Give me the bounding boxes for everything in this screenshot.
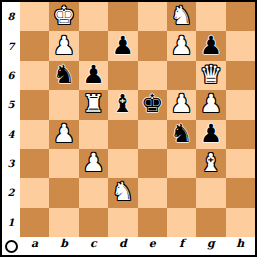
white-pawn-c3[interactable]: ♟ — [82, 150, 104, 175]
rank-label-7: 7 — [2, 31, 20, 60]
square-f8[interactable]: ♞ — [167, 2, 196, 31]
square-a6[interactable] — [20, 61, 49, 90]
square-f1[interactable] — [167, 208, 196, 237]
square-d3[interactable] — [108, 149, 137, 178]
square-g3[interactable]: ♝ — [196, 149, 225, 178]
square-e5[interactable]: ♚ — [138, 90, 167, 119]
square-b1[interactable] — [49, 208, 78, 237]
file-labels: abcdefgh — [20, 237, 255, 255]
square-a1[interactable] — [20, 208, 49, 237]
rank-label-3: 3 — [2, 149, 20, 178]
square-g5[interactable]: ♟ — [196, 90, 225, 119]
square-c4[interactable] — [79, 120, 108, 149]
square-b4[interactable]: ♟ — [49, 120, 78, 149]
white-pawn-b4[interactable]: ♟ — [53, 121, 75, 146]
square-e4[interactable] — [138, 120, 167, 149]
file-label-c: c — [79, 237, 108, 255]
square-d1[interactable] — [108, 208, 137, 237]
white-pawn-f5[interactable]: ♟ — [170, 91, 192, 116]
board: ♚♞♟♟♟♟♞♟♛♜♝♚♟♟♟♞♟♟♝♞ — [20, 2, 255, 237]
square-d8[interactable] — [108, 2, 137, 31]
square-g4[interactable]: ♟ — [196, 120, 225, 149]
black-king-e5[interactable]: ♚ — [141, 91, 163, 116]
chess-diagram: 87654321 ♚♞♟♟♟♟♞♟♛♜♝♚♟♟♟♞♟♟♝♞ abcdefgh — [0, 0, 257, 257]
square-f3[interactable] — [167, 149, 196, 178]
square-e7[interactable] — [138, 31, 167, 60]
square-c7[interactable] — [79, 31, 108, 60]
black-pawn-g7[interactable]: ♟ — [200, 33, 222, 58]
white-knight-f8[interactable]: ♞ — [170, 3, 192, 28]
square-b8[interactable]: ♚ — [49, 2, 78, 31]
black-pawn-c6[interactable]: ♟ — [82, 62, 104, 87]
file-label-e: e — [138, 237, 167, 255]
square-g2[interactable] — [196, 178, 225, 207]
white-bishop-g3[interactable]: ♝ — [200, 150, 222, 175]
black-pawn-g4[interactable]: ♟ — [200, 121, 222, 146]
square-c5[interactable]: ♜ — [79, 90, 108, 119]
file-label-d: d — [108, 237, 137, 255]
square-h7[interactable] — [226, 31, 255, 60]
rank-labels: 87654321 — [2, 2, 20, 237]
black-knight-b6[interactable]: ♞ — [53, 62, 75, 87]
black-bishop-d5[interactable]: ♝ — [112, 91, 134, 116]
square-h2[interactable] — [226, 178, 255, 207]
square-b3[interactable] — [49, 149, 78, 178]
square-d6[interactable] — [108, 61, 137, 90]
white-pawn-g5[interactable]: ♟ — [200, 91, 222, 116]
square-f7[interactable]: ♟ — [167, 31, 196, 60]
square-b7[interactable]: ♟ — [49, 31, 78, 60]
file-label-a: a — [20, 237, 49, 255]
square-d5[interactable]: ♝ — [108, 90, 137, 119]
file-label-g: g — [196, 237, 225, 255]
rank-label-1: 1 — [2, 208, 20, 237]
file-label-h: h — [226, 237, 255, 255]
square-h6[interactable] — [226, 61, 255, 90]
rank-label-8: 8 — [2, 2, 20, 31]
rank-label-4: 4 — [2, 120, 20, 149]
rank-label-6: 6 — [2, 61, 20, 90]
square-a8[interactable] — [20, 2, 49, 31]
white-pawn-b7[interactable]: ♟ — [53, 33, 75, 58]
square-a5[interactable] — [20, 90, 49, 119]
square-f2[interactable] — [167, 178, 196, 207]
file-label-f: f — [167, 237, 196, 255]
white-queen-g6[interactable]: ♛ — [200, 62, 222, 87]
square-d4[interactable] — [108, 120, 137, 149]
square-d7[interactable]: ♟ — [108, 31, 137, 60]
square-h3[interactable] — [226, 149, 255, 178]
square-g8[interactable] — [196, 2, 225, 31]
square-a3[interactable] — [20, 149, 49, 178]
square-g6[interactable]: ♛ — [196, 61, 225, 90]
square-g1[interactable] — [196, 208, 225, 237]
square-e1[interactable] — [138, 208, 167, 237]
file-label-b: b — [49, 237, 78, 255]
square-c2[interactable] — [79, 178, 108, 207]
square-f4[interactable]: ♞ — [167, 120, 196, 149]
square-h1[interactable] — [226, 208, 255, 237]
square-a4[interactable] — [20, 120, 49, 149]
white-to-move-indicator — [5, 240, 18, 253]
white-king-b8[interactable]: ♚ — [53, 3, 75, 28]
rank-label-5: 5 — [2, 90, 20, 119]
square-c8[interactable] — [79, 2, 108, 31]
square-h8[interactable] — [226, 2, 255, 31]
square-d2[interactable]: ♞ — [108, 178, 137, 207]
square-e8[interactable] — [138, 2, 167, 31]
square-g7[interactable]: ♟ — [196, 31, 225, 60]
square-c3[interactable]: ♟ — [79, 149, 108, 178]
square-f6[interactable] — [167, 61, 196, 90]
white-pawn-f7[interactable]: ♟ — [170, 33, 192, 58]
square-e3[interactable] — [138, 149, 167, 178]
square-f5[interactable]: ♟ — [167, 90, 196, 119]
square-b6[interactable]: ♞ — [49, 61, 78, 90]
white-rook-c5[interactable]: ♜ — [82, 91, 104, 116]
square-c1[interactable] — [79, 208, 108, 237]
square-h4[interactable] — [226, 120, 255, 149]
black-knight-f4[interactable]: ♞ — [170, 121, 192, 146]
square-a2[interactable] — [20, 178, 49, 207]
square-b2[interactable] — [49, 178, 78, 207]
square-b5[interactable] — [49, 90, 78, 119]
square-c6[interactable]: ♟ — [79, 61, 108, 90]
side-to-move-corner — [2, 237, 20, 255]
black-pawn-d7[interactable]: ♟ — [112, 33, 134, 58]
white-knight-d2[interactable]: ♞ — [112, 179, 134, 204]
square-e2[interactable] — [138, 178, 167, 207]
square-e6[interactable] — [138, 61, 167, 90]
square-a7[interactable] — [20, 31, 49, 60]
square-h5[interactable] — [226, 90, 255, 119]
rank-label-2: 2 — [2, 178, 20, 207]
